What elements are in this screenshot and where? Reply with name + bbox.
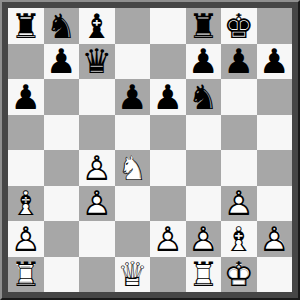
piece-white-pawn[interactable]: ♟♙	[150, 221, 186, 257]
piece-black-bishop[interactable]: ♝	[79, 8, 115, 44]
chess-board: ♜♞♝♜♚♟♛♟♟♟♟♟♟♞♟♙♞♘♝♗♟♙♟♙♟♙♟♙♟♙♝♗♟♙♜♖♛♕♜♖…	[8, 8, 292, 292]
square-b6[interactable]	[44, 79, 80, 115]
square-d5[interactable]	[115, 115, 151, 151]
square-d7[interactable]	[115, 44, 151, 80]
square-a2[interactable]: ♟♙	[8, 221, 44, 257]
white-pawn-glyph: ♙	[82, 186, 112, 220]
piece-white-pawn[interactable]: ♟♙	[221, 186, 257, 222]
square-e4[interactable]	[150, 150, 186, 186]
square-g5[interactable]	[221, 115, 257, 151]
square-h4[interactable]	[257, 150, 293, 186]
black-rook-glyph: ♜	[11, 9, 41, 43]
black-king-glyph: ♚	[224, 9, 254, 43]
square-a5[interactable]	[8, 115, 44, 151]
square-b5[interactable]	[44, 115, 80, 151]
piece-white-pawn[interactable]: ♟♙	[79, 186, 115, 222]
white-knight-glyph: ♘	[117, 151, 147, 185]
square-h2[interactable]: ♟♙	[257, 221, 293, 257]
square-c5[interactable]	[79, 115, 115, 151]
piece-black-rook[interactable]: ♜	[8, 8, 44, 44]
square-a3[interactable]: ♝♗	[8, 186, 44, 222]
piece-white-rook[interactable]: ♜♖	[8, 257, 44, 293]
square-e6[interactable]: ♟	[150, 79, 186, 115]
square-g7[interactable]: ♟	[221, 44, 257, 80]
square-g4[interactable]	[221, 150, 257, 186]
square-g8[interactable]: ♚	[221, 8, 257, 44]
piece-black-pawn[interactable]: ♟	[8, 79, 44, 115]
white-pawn-glyph: ♙	[259, 222, 289, 256]
square-d8[interactable]	[115, 8, 151, 44]
square-a1[interactable]: ♜♖	[8, 257, 44, 293]
square-h1[interactable]	[257, 257, 293, 293]
white-bishop-glyph: ♗	[224, 222, 254, 256]
square-b7[interactable]: ♟	[44, 44, 80, 80]
square-f1[interactable]: ♜♖	[186, 257, 222, 293]
piece-white-king[interactable]: ♚♔	[221, 257, 257, 293]
square-h7[interactable]: ♟	[257, 44, 293, 80]
square-b8[interactable]: ♞	[44, 8, 80, 44]
piece-white-rook[interactable]: ♜♖	[186, 257, 222, 293]
square-f3[interactable]	[186, 186, 222, 222]
square-c4[interactable]: ♟♙	[79, 150, 115, 186]
piece-white-knight[interactable]: ♞♘	[115, 150, 151, 186]
piece-black-pawn[interactable]: ♟	[150, 79, 186, 115]
black-pawn-glyph: ♟	[153, 80, 183, 114]
black-pawn-glyph: ♟	[46, 44, 76, 78]
white-bishop-glyph: ♗	[11, 186, 41, 220]
square-g1[interactable]: ♚♔	[221, 257, 257, 293]
square-f5[interactable]	[186, 115, 222, 151]
square-b3[interactable]	[44, 186, 80, 222]
piece-black-pawn[interactable]: ♟	[186, 44, 222, 80]
piece-white-pawn[interactable]: ♟♙	[186, 221, 222, 257]
piece-white-bishop[interactable]: ♝♗	[221, 221, 257, 257]
square-e5[interactable]	[150, 115, 186, 151]
white-pawn-glyph: ♙	[188, 222, 218, 256]
piece-black-pawn[interactable]: ♟	[115, 79, 151, 115]
white-pawn-glyph: ♙	[224, 186, 254, 220]
piece-white-queen[interactable]: ♛♕	[115, 257, 151, 293]
square-h6[interactable]	[257, 79, 293, 115]
square-c3[interactable]: ♟♙	[79, 186, 115, 222]
square-c6[interactable]	[79, 79, 115, 115]
square-a7[interactable]	[8, 44, 44, 80]
square-a4[interactable]	[8, 150, 44, 186]
square-c2[interactable]	[79, 221, 115, 257]
square-g3[interactable]: ♟♙	[221, 186, 257, 222]
square-e8[interactable]	[150, 8, 186, 44]
piece-black-knight[interactable]: ♞	[44, 8, 80, 44]
square-a8[interactable]: ♜	[8, 8, 44, 44]
piece-black-pawn[interactable]: ♟	[44, 44, 80, 80]
square-d6[interactable]: ♟	[115, 79, 151, 115]
square-b1[interactable]	[44, 257, 80, 293]
black-pawn-glyph: ♟	[224, 44, 254, 78]
piece-white-pawn[interactable]: ♟♙	[257, 221, 293, 257]
square-a6[interactable]: ♟	[8, 79, 44, 115]
piece-white-pawn[interactable]: ♟♙	[79, 150, 115, 186]
white-pawn-glyph: ♙	[153, 222, 183, 256]
square-h8[interactable]	[257, 8, 293, 44]
square-e3[interactable]	[150, 186, 186, 222]
square-f2[interactable]: ♟♙	[186, 221, 222, 257]
white-pawn-glyph: ♙	[82, 151, 112, 185]
piece-black-queen[interactable]: ♛	[79, 44, 115, 80]
black-knight-glyph: ♞	[46, 9, 76, 43]
white-queen-glyph: ♕	[117, 257, 147, 291]
piece-black-knight[interactable]: ♞	[186, 79, 222, 115]
square-d4[interactable]: ♞♘	[115, 150, 151, 186]
square-e1[interactable]	[150, 257, 186, 293]
square-c1[interactable]	[79, 257, 115, 293]
square-h3[interactable]	[257, 186, 293, 222]
square-b2[interactable]	[44, 221, 80, 257]
board-frame: ♜♞♝♜♚♟♛♟♟♟♟♟♟♞♟♙♞♘♝♗♟♙♟♙♟♙♟♙♟♙♝♗♟♙♜♖♛♕♜♖…	[0, 0, 300, 300]
white-king-glyph: ♔	[224, 257, 254, 291]
black-pawn-glyph: ♟	[259, 44, 289, 78]
square-e2[interactable]: ♟♙	[150, 221, 186, 257]
black-knight-glyph: ♞	[188, 80, 218, 114]
square-f8[interactable]: ♜	[186, 8, 222, 44]
piece-black-pawn[interactable]: ♟	[221, 44, 257, 80]
piece-black-rook[interactable]: ♜	[186, 8, 222, 44]
square-c7[interactable]: ♛	[79, 44, 115, 80]
white-pawn-glyph: ♙	[11, 222, 41, 256]
square-e7[interactable]	[150, 44, 186, 80]
square-c8[interactable]: ♝	[79, 8, 115, 44]
square-d1[interactable]: ♛♕	[115, 257, 151, 293]
piece-black-king[interactable]: ♚	[221, 8, 257, 44]
square-h5[interactable]	[257, 115, 293, 151]
square-g2[interactable]: ♝♗	[221, 221, 257, 257]
black-pawn-glyph: ♟	[11, 80, 41, 114]
white-rook-glyph: ♖	[11, 257, 41, 291]
black-bishop-glyph: ♝	[82, 9, 112, 43]
piece-black-pawn[interactable]: ♟	[257, 44, 293, 80]
black-pawn-glyph: ♟	[117, 80, 147, 114]
square-d3[interactable]	[115, 186, 151, 222]
square-f4[interactable]	[186, 150, 222, 186]
white-rook-glyph: ♖	[188, 257, 218, 291]
square-g6[interactable]	[221, 79, 257, 115]
square-d2[interactable]	[115, 221, 151, 257]
black-rook-glyph: ♜	[188, 9, 218, 43]
square-f6[interactable]: ♞	[186, 79, 222, 115]
black-pawn-glyph: ♟	[188, 44, 218, 78]
square-b4[interactable]	[44, 150, 80, 186]
black-queen-glyph: ♛	[82, 44, 112, 78]
piece-white-pawn[interactable]: ♟♙	[8, 221, 44, 257]
piece-white-bishop[interactable]: ♝♗	[8, 186, 44, 222]
square-f7[interactable]: ♟	[186, 44, 222, 80]
